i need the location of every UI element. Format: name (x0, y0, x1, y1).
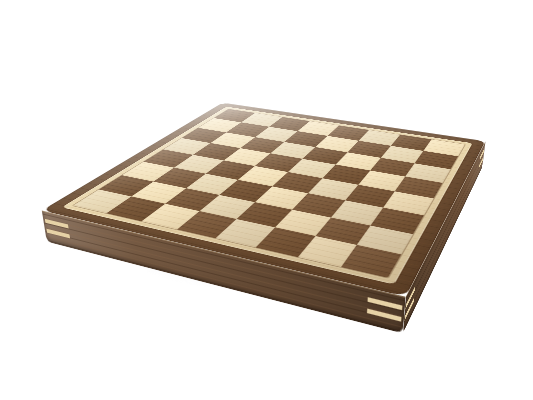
square-a3[interactable] (371, 208, 424, 234)
corner-spline-inlay (46, 229, 70, 239)
square-a1[interactable] (341, 245, 401, 278)
square-f3[interactable] (186, 174, 238, 195)
square-b1[interactable] (297, 236, 357, 267)
corner-spline-inlay (368, 297, 403, 310)
square-c4[interactable] (308, 178, 358, 200)
square-b4[interactable] (345, 185, 395, 208)
square-c2[interactable] (275, 209, 331, 236)
corner-spline-inlay (45, 219, 69, 229)
square-e1[interactable] (177, 211, 236, 238)
square-c1[interactable] (255, 227, 314, 257)
square-e3[interactable] (220, 180, 272, 202)
square-b5[interactable] (358, 171, 406, 192)
square-b3[interactable] (331, 200, 384, 225)
corner-spline-inlay (367, 309, 401, 322)
square-g1[interactable] (106, 197, 164, 222)
square-f1[interactable] (141, 204, 200, 230)
square-d3[interactable] (255, 186, 308, 209)
square-h1[interactable] (73, 190, 131, 214)
chess-board (42, 103, 486, 297)
square-g2[interactable] (131, 181, 186, 203)
square-a4[interactable] (384, 191, 434, 215)
scene (0, 0, 533, 400)
square-f2[interactable] (165, 188, 220, 211)
square-d4[interactable] (272, 172, 322, 193)
square-a5[interactable] (395, 177, 443, 199)
square-d2[interactable] (236, 202, 292, 227)
square-c3[interactable] (292, 193, 345, 217)
square-h2[interactable] (99, 175, 154, 196)
square-d1[interactable] (216, 219, 275, 247)
square-a2[interactable] (357, 225, 413, 254)
square-e2[interactable] (200, 195, 256, 219)
square-b2[interactable] (315, 217, 371, 245)
